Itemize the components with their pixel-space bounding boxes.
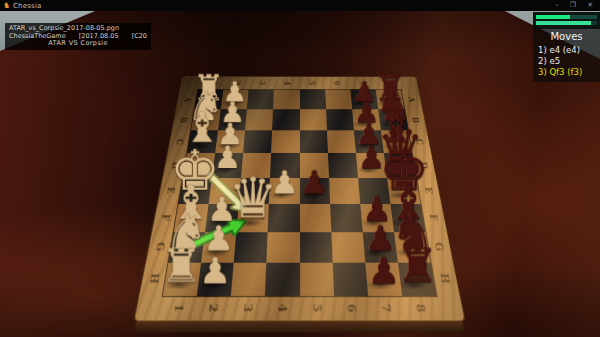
square-b4[interactable] xyxy=(272,109,299,130)
close-button[interactable]: ✕ xyxy=(587,0,593,11)
game-3d-scene: AA11BB22CC33DD44EE55FF66GG77HH88 ♜♟♜♟♞♟♞… xyxy=(0,11,600,337)
square-a2[interactable] xyxy=(221,90,249,110)
window-title: Chessia xyxy=(13,2,42,10)
chess-board[interactable]: AA11BB22CC33DD44EE55FF66GG77HH88 ♜♟♜♟♞♟♞… xyxy=(134,77,464,321)
square-a5[interactable] xyxy=(300,90,326,110)
square-c3[interactable] xyxy=(243,131,272,154)
square-b8[interactable] xyxy=(378,109,408,130)
eval-bar-bottom-fill xyxy=(536,21,591,25)
players-line: ATAR VS Corpsie xyxy=(9,40,147,48)
square-a6[interactable] xyxy=(325,90,352,110)
coord-label-top-6: 6 xyxy=(332,79,343,87)
move-item-2[interactable]: 2) e5 xyxy=(538,56,600,67)
eval-bar-top xyxy=(536,15,597,19)
moves-panel: Moves 1) e4 (e4)2) e53) Qf3 (f3) xyxy=(533,12,600,82)
square-a7[interactable] xyxy=(350,90,378,110)
moves-panel-title: Moves xyxy=(533,31,600,42)
eval-bar-top-fill xyxy=(536,15,570,19)
app-knight-icon: ♞ xyxy=(3,2,10,9)
minimize-button[interactable]: – xyxy=(555,0,559,11)
moves-list: 1) e4 (e4)2) e53) Qf3 (f3) xyxy=(533,45,600,78)
coord-label-left-B: B xyxy=(177,115,190,124)
maximize-button[interactable]: ❐ xyxy=(570,0,576,11)
square-b5[interactable] xyxy=(300,109,327,130)
square-b2[interactable] xyxy=(218,109,247,130)
coord-label-right-A: A xyxy=(405,95,417,103)
coord-label-top-2: 2 xyxy=(231,79,242,87)
coord-label-left-A: A xyxy=(181,95,193,103)
square-a4[interactable] xyxy=(273,90,299,110)
chess-board-perspective: AA11BB22CC33DD44EE55FF66GG77HH88 ♜♟♜♟♞♟♞… xyxy=(163,41,436,314)
square-b1[interactable] xyxy=(191,109,221,130)
game-info-overlay: ATAR_vs_Corpsie_2017-08-05.pgn ChessiaTh… xyxy=(5,23,151,50)
piece-white-pawn-h2[interactable]: ♟ xyxy=(180,253,250,289)
coord-label-top-7: 7 xyxy=(357,79,368,87)
square-b6[interactable] xyxy=(326,109,354,130)
coord-label-top-8: 8 xyxy=(382,79,393,87)
coord-label-right-B: B xyxy=(409,115,422,124)
coord-label-top-4: 4 xyxy=(282,79,293,87)
square-a8[interactable] xyxy=(376,90,405,110)
square-c6[interactable] xyxy=(327,131,356,154)
square-b3[interactable] xyxy=(245,109,273,130)
eval-bar-bottom xyxy=(536,21,597,25)
eval-bars xyxy=(533,12,600,29)
eco-code: [C20 xyxy=(132,33,147,41)
square-c5[interactable] xyxy=(300,131,328,154)
board-side-edge xyxy=(134,321,464,333)
square-b7[interactable] xyxy=(352,109,381,130)
square-a1[interactable] xyxy=(195,90,224,110)
piece-black-pawn-h7[interactable]: ♟ xyxy=(349,253,419,289)
move-item-1[interactable]: 1) e4 (e4) xyxy=(538,45,600,56)
chessia-app-window: ♞ Chessia – ❐ ✕ AA11BB22CC33DD44EE55FF66… xyxy=(0,0,600,337)
move-item-3-current[interactable]: 3) Qf3 (f3) xyxy=(538,67,600,78)
coord-label-top-5: 5 xyxy=(307,79,318,87)
coord-label-top-3: 3 xyxy=(256,79,267,87)
window-titlebar: ♞ Chessia – ❐ ✕ xyxy=(0,0,600,11)
piece-black-pawn-e5[interactable]: ♟ xyxy=(284,167,346,199)
square-c4[interactable] xyxy=(271,131,299,154)
coord-label-top-1: 1 xyxy=(206,79,217,87)
square-a3[interactable] xyxy=(247,90,274,110)
